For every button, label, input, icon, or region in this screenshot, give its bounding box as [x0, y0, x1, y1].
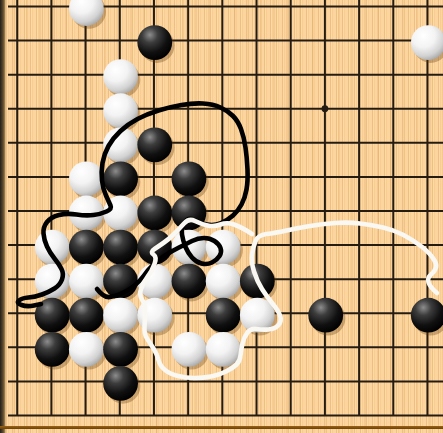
stone-black	[137, 196, 172, 231]
board-bottom-edge	[0, 426, 443, 429]
stone-black	[103, 332, 138, 367]
stone-black	[172, 264, 207, 299]
stone-black	[172, 162, 207, 197]
stone-white	[411, 25, 443, 60]
go-board-screenshot	[0, 0, 443, 433]
stone-black	[103, 162, 138, 197]
stone-black	[69, 230, 104, 265]
goban[interactable]	[0, 0, 443, 433]
stone-white	[172, 332, 207, 367]
stone-white	[69, 162, 104, 197]
stone-black	[137, 127, 172, 162]
stone-white	[69, 332, 104, 367]
stone-white	[103, 59, 138, 94]
board-left-edge	[0, 0, 6, 433]
stone-black	[411, 298, 443, 333]
stone-black	[69, 298, 104, 333]
stone-black	[103, 366, 138, 401]
stone-white	[206, 264, 241, 299]
stone-white	[206, 230, 241, 265]
stone-black	[206, 298, 241, 333]
stone-white	[103, 298, 138, 333]
stone-black	[103, 230, 138, 265]
stones	[35, 0, 443, 404]
stone-black	[35, 332, 70, 367]
stone-black	[308, 298, 343, 333]
stone-white	[206, 332, 241, 367]
stone-black	[137, 25, 172, 60]
